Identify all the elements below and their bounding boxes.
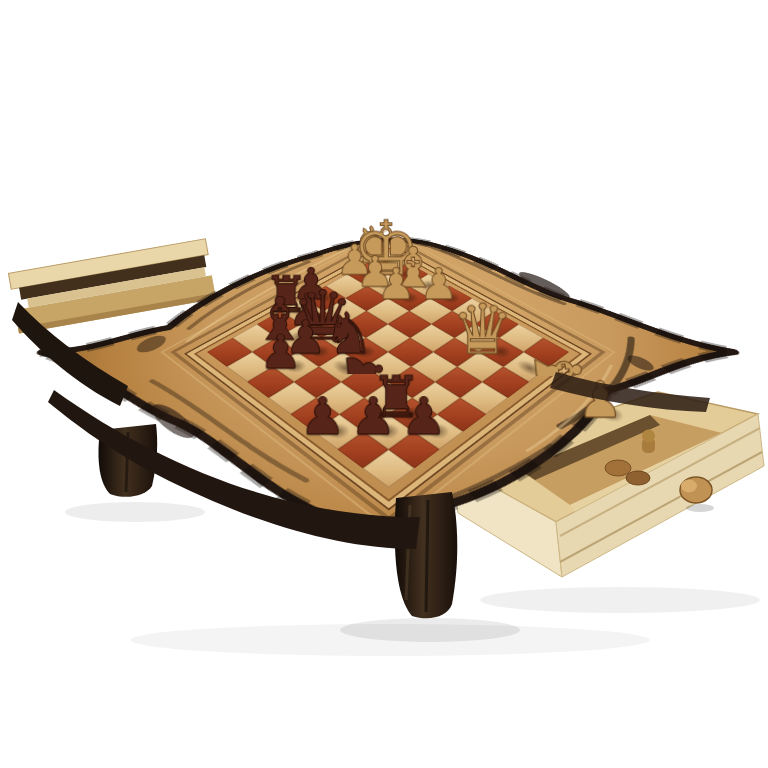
- front-leg-bark-groove: [426, 500, 428, 612]
- right-bark-underside: [550, 372, 710, 412]
- legs-and-bark-layer: [0, 0, 768, 768]
- product-photo-stage: ♞♚♝♟♟♟♟♛♝♟♜♟♛♞♝♟♟♟♜♟♟♟♟: [0, 0, 768, 768]
- left-wing-bark-underside: [12, 302, 128, 406]
